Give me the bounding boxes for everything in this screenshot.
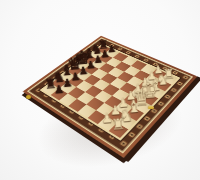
pinstripe-border: ♜♞♝♛♚♝♞♜♟♟♟♟♟♟♟♟♟♟♟♟♟♟♟♟♜♞♝♛♚♝♞♜ xyxy=(40,44,181,141)
board-grid: ♜♞♝♛♚♝♞♜♟♟♟♟♟♟♟♟♟♟♟♟♟♟♟♟♜♞♝♛♚♝♞♜ xyxy=(42,45,177,138)
hinge-icon xyxy=(26,95,31,99)
chess-set-photo[interactable]: ♜♞♝♛♚♝♞♜♟♟♟♟♟♟♟♟♟♟♟♟♟♟♟♟♜♞♝♛♚♝♞♜ xyxy=(0,0,200,180)
clasp-icon xyxy=(148,106,154,109)
ornament-border: ♜♞♝♛♚♝♞♜♟♟♟♟♟♟♟♟♟♟♟♟♟♟♟♟♜♞♝♛♚♝♞♜ xyxy=(27,38,193,154)
square-h5 xyxy=(122,56,138,66)
